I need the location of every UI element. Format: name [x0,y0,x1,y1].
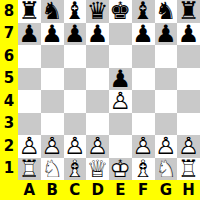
square-h5[interactable] [177,68,200,91]
white-pawn-icon: ♙ [177,135,200,158]
file-label-c: C [64,180,87,200]
white-pawn-icon: ♙ [132,135,155,158]
square-c1[interactable]: ♝♗ [64,158,87,181]
square-h8[interactable]: ♜ [177,0,200,23]
square-a3[interactable] [18,113,41,136]
square-b4[interactable] [41,90,64,113]
black-pawn-icon: ♟ [18,23,41,46]
square-b8[interactable]: ♞ [41,0,64,23]
square-f1[interactable]: ♝♗ [132,158,155,181]
file-label-d: D [86,180,109,200]
square-f2[interactable]: ♟♙ [132,135,155,158]
white-rook-icon: ♖ [177,158,200,181]
square-e4[interactable]: ♟♙ [109,90,132,113]
black-queen-icon: ♛ [86,0,109,23]
square-d4[interactable] [86,90,109,113]
white-pawn-icon: ♙ [86,135,109,158]
square-g4[interactable] [155,90,178,113]
rank-label-2: 2 [0,135,18,158]
black-pawn-icon: ♟ [132,23,155,46]
square-a8[interactable]: ♜ [18,0,41,23]
square-g1[interactable]: ♞♘ [155,158,178,181]
white-pawn-icon: ♙ [155,135,178,158]
square-c2[interactable]: ♟♙ [64,135,87,158]
file-label-b: B [41,180,64,200]
square-a2[interactable]: ♟♙ [18,135,41,158]
rank-label-3: 3 [0,113,18,136]
white-knight-icon: ♘ [41,158,64,181]
square-b6[interactable] [41,45,64,68]
white-bishop-icon: ♗ [132,158,155,181]
white-bishop-icon: ♗ [64,158,87,181]
black-pawn-icon: ♟ [41,23,64,46]
square-g8[interactable]: ♞ [155,0,178,23]
file-label-a: A [18,180,41,200]
square-c6[interactable] [64,45,87,68]
rank-label-8: 8 [0,0,18,23]
rank-label-7: 7 [0,23,18,46]
square-h3[interactable] [177,113,200,136]
square-f6[interactable] [132,45,155,68]
black-pawn-icon: ♟ [64,23,87,46]
square-g3[interactable] [155,113,178,136]
square-b2[interactable]: ♟♙ [41,135,64,158]
square-g5[interactable] [155,68,178,91]
square-c8[interactable]: ♝ [64,0,87,23]
square-e3[interactable] [109,113,132,136]
white-rook-icon: ♖ [18,158,41,181]
black-pawn-icon: ♟ [109,68,132,91]
black-bishop-icon: ♝ [132,0,155,23]
rank-label-1: 1 [0,158,18,181]
square-a5[interactable] [18,68,41,91]
square-e7[interactable] [109,23,132,46]
square-c7[interactable]: ♟ [64,23,87,46]
square-d5[interactable] [86,68,109,91]
square-e5[interactable]: ♟ [109,68,132,91]
square-c3[interactable] [64,113,87,136]
square-e8[interactable]: ♚ [109,0,132,23]
square-a1[interactable]: ♜♖ [18,158,41,181]
square-e2[interactable] [109,135,132,158]
square-h1[interactable]: ♜♖ [177,158,200,181]
square-h2[interactable]: ♟♙ [177,135,200,158]
rank-label-5: 5 [0,68,18,91]
rank-label-4: 4 [0,90,18,113]
corner-cell [0,180,18,200]
black-king-icon: ♚ [109,0,132,23]
square-h7[interactable]: ♟ [177,23,200,46]
file-label-g: G [155,180,178,200]
square-d7[interactable]: ♟ [86,23,109,46]
white-pawn-icon: ♙ [109,90,132,113]
square-g7[interactable]: ♟ [155,23,178,46]
square-f5[interactable] [132,68,155,91]
file-label-e: E [109,180,132,200]
square-d6[interactable] [86,45,109,68]
black-pawn-icon: ♟ [155,23,178,46]
square-f7[interactable]: ♟ [132,23,155,46]
black-bishop-icon: ♝ [64,0,87,23]
white-king-icon: ♔ [109,158,132,181]
square-a4[interactable] [18,90,41,113]
rank-label-6: 6 [0,45,18,68]
file-label-f: F [132,180,155,200]
black-rook-icon: ♜ [18,0,41,23]
white-pawn-icon: ♙ [64,135,87,158]
square-d1[interactable]: ♛♕ [86,158,109,181]
chess-board: 8♜♞♝♛♚♝♞♜7♟♟♟♟♟♟♟65♟4♟♙32♟♙♟♙♟♙♟♙♟♙♟♙♟♙1… [0,0,200,200]
black-pawn-icon: ♟ [86,23,109,46]
square-h6[interactable] [177,45,200,68]
square-d2[interactable]: ♟♙ [86,135,109,158]
white-queen-icon: ♕ [86,158,109,181]
white-knight-icon: ♘ [155,158,178,181]
square-c4[interactable] [64,90,87,113]
black-knight-icon: ♞ [155,0,178,23]
square-h4[interactable] [177,90,200,113]
chess-diagram: 8♜♞♝♛♚♝♞♜7♟♟♟♟♟♟♟65♟4♟♙32♟♙♟♙♟♙♟♙♟♙♟♙♟♙1… [0,0,200,200]
square-d3[interactable] [86,113,109,136]
square-b5[interactable] [41,68,64,91]
square-b7[interactable]: ♟ [41,23,64,46]
square-b1[interactable]: ♞♘ [41,158,64,181]
black-rook-icon: ♜ [177,0,200,23]
square-b3[interactable] [41,113,64,136]
square-d8[interactable]: ♛ [86,0,109,23]
black-pawn-icon: ♟ [177,23,200,46]
white-pawn-icon: ♙ [41,135,64,158]
square-c5[interactable] [64,68,87,91]
square-a7[interactable]: ♟ [18,23,41,46]
white-pawn-icon: ♙ [18,135,41,158]
square-g6[interactable] [155,45,178,68]
square-g2[interactable]: ♟♙ [155,135,178,158]
square-e1[interactable]: ♚♔ [109,158,132,181]
square-f8[interactable]: ♝ [132,0,155,23]
square-f3[interactable] [132,113,155,136]
square-a6[interactable] [18,45,41,68]
square-f4[interactable] [132,90,155,113]
black-knight-icon: ♞ [41,0,64,23]
file-label-h: H [177,180,200,200]
square-e6[interactable] [109,45,132,68]
